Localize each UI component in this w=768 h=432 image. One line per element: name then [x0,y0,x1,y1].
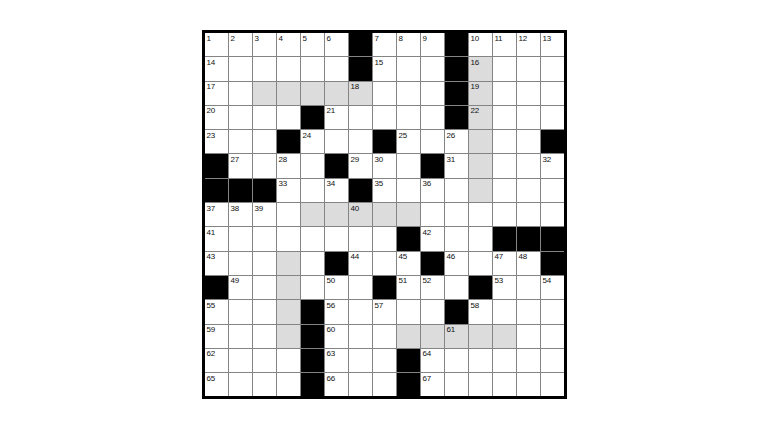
cell-r1c4[interactable]: 4 [277,33,300,56]
cell-r3c6[interactable] [325,82,348,105]
cell-r13c9[interactable] [397,325,420,348]
clue-number-4: 4 [279,34,283,43]
clue-number-15: 15 [375,58,383,67]
block-cell-r5c15 [541,130,564,153]
cell-r14c1[interactable]: 62 [205,349,228,372]
clue-number-20: 20 [207,106,215,115]
cell-r9c12[interactable] [469,227,492,250]
clue-number-11: 11 [495,34,503,43]
clue-number-3: 3 [255,34,259,43]
cell-r12c10[interactable] [421,300,444,323]
cell-r6c5[interactable] [301,154,324,177]
block-cell-r7c1 [205,179,228,202]
cell-r8c2[interactable]: 38 [229,203,252,226]
cell-r4c6[interactable]: 21 [325,106,348,129]
cell-r9c2[interactable] [229,227,252,250]
block-cell-r14c9 [397,349,420,372]
cell-r1c1[interactable]: 1 [205,33,228,56]
clue-number-32: 32 [543,155,551,164]
block-cell-r10c6 [325,252,348,275]
cell-r3c3[interactable] [253,82,276,105]
block-cell-r9c14 [517,227,540,250]
cell-r4c10[interactable] [421,106,444,129]
cell-r1c15[interactable]: 13 [541,33,564,56]
block-cell-r1c11 [445,33,468,56]
cell-r13c15[interactable] [541,325,564,348]
cell-r12c7[interactable] [349,300,372,323]
clue-number-14: 14 [207,58,215,67]
cell-r4c9[interactable] [397,106,420,129]
cell-r9c8[interactable] [373,227,396,250]
cell-r1c3[interactable]: 3 [253,33,276,56]
clue-number-33: 33 [279,179,287,188]
cell-r7c9[interactable] [397,179,420,202]
clue-number-5: 5 [303,34,307,43]
cell-r6c14[interactable] [517,154,540,177]
clue-number-66: 66 [327,374,335,383]
cell-r1c2[interactable]: 2 [229,33,252,56]
cell-r11c6[interactable]: 50 [325,276,348,299]
cell-r2c10[interactable] [421,57,444,80]
clue-number-37: 37 [207,204,215,213]
cell-r14c10[interactable]: 64 [421,349,444,372]
cell-r7c12[interactable] [469,179,492,202]
cell-r14c8[interactable] [373,349,396,372]
cell-r6c11[interactable]: 31 [445,154,468,177]
clue-number-53: 53 [495,276,503,285]
cell-r12c15[interactable] [541,300,564,323]
clue-number-29: 29 [351,155,359,164]
block-cell-r6c6 [325,154,348,177]
cell-r9c10[interactable]: 42 [421,227,444,250]
cell-r5c5[interactable]: 24 [301,130,324,153]
cell-r7c10[interactable]: 36 [421,179,444,202]
cell-r13c14[interactable] [517,325,540,348]
cell-r5c1[interactable]: 23 [205,130,228,153]
cell-r6c7[interactable]: 29 [349,154,372,177]
block-cell-r3c11 [445,82,468,105]
block-cell-r15c5 [301,373,324,396]
cell-r2c12[interactable]: 16 [469,57,492,80]
clue-number-2: 2 [231,34,235,43]
cell-r14c15[interactable] [541,349,564,372]
clue-number-6: 6 [327,34,331,43]
clue-number-65: 65 [207,374,215,383]
cell-r2c3[interactable] [253,57,276,80]
clue-number-8: 8 [399,34,403,43]
clue-number-46: 46 [447,252,455,261]
cell-r10c11[interactable]: 46 [445,252,468,275]
clue-number-40: 40 [351,204,359,213]
clue-number-49: 49 [231,276,239,285]
clue-number-47: 47 [495,252,503,261]
cell-r8c4[interactable] [277,203,300,226]
cell-r3c4[interactable] [277,82,300,105]
clue-number-41: 41 [207,228,215,237]
cell-r3c12[interactable]: 19 [469,82,492,105]
cell-r12c1[interactable]: 55 [205,300,228,323]
cell-r4c7[interactable] [349,106,372,129]
cell-r4c12[interactable]: 22 [469,106,492,129]
cell-r1c12[interactable]: 10 [469,33,492,56]
cell-r14c14[interactable] [517,349,540,372]
block-cell-r2c7 [349,57,372,80]
block-cell-r11c8 [373,276,396,299]
cell-r1c9[interactable]: 8 [397,33,420,56]
cell-r10c8[interactable] [373,252,396,275]
block-cell-r13c5 [301,325,324,348]
cell-r2c2[interactable] [229,57,252,80]
block-cell-r4c11 [445,106,468,129]
cell-r12c9[interactable] [397,300,420,323]
clue-number-9: 9 [423,34,427,43]
clue-number-24: 24 [303,131,311,140]
cell-r2c1[interactable]: 14 [205,57,228,80]
clue-number-17: 17 [207,82,215,91]
cell-r5c11[interactable]: 26 [445,130,468,153]
cell-r11c4[interactable] [277,276,300,299]
cell-r7c14[interactable] [517,179,540,202]
block-cell-r7c2 [229,179,252,202]
clue-number-13: 13 [543,34,551,43]
clue-number-52: 52 [423,276,431,285]
cell-r3c14[interactable] [517,82,540,105]
clue-number-28: 28 [279,155,287,164]
cell-r15c15[interactable] [541,373,564,396]
clue-number-31: 31 [447,155,455,164]
cell-r3c5[interactable] [301,82,324,105]
cell-r4c4[interactable] [277,106,300,129]
cell-r15c14[interactable] [517,373,540,396]
cell-r13c8[interactable] [373,325,396,348]
block-cell-r12c11 [445,300,468,323]
clue-number-39: 39 [255,204,263,213]
block-cell-r14c5 [301,349,324,372]
cell-r12c4[interactable] [277,300,300,323]
cell-r14c2[interactable] [229,349,252,372]
cell-r11c5[interactable] [301,276,324,299]
cell-r14c12[interactable] [469,349,492,372]
cell-r14c4[interactable] [277,349,300,372]
cell-r15c10[interactable]: 67 [421,373,444,396]
cell-r14c7[interactable] [349,349,372,372]
cell-r1c13[interactable]: 11 [493,33,516,56]
cell-r5c12[interactable] [469,130,492,153]
cell-r11c10[interactable]: 52 [421,276,444,299]
block-cell-r10c10 [421,252,444,275]
clue-number-27: 27 [231,155,239,164]
cell-r7c6[interactable]: 34 [325,179,348,202]
cell-r8c13[interactable] [493,203,516,226]
cell-r4c3[interactable] [253,106,276,129]
block-cell-r9c13 [493,227,516,250]
block-cell-r11c12 [469,276,492,299]
cell-r15c13[interactable] [493,373,516,396]
clue-number-63: 63 [327,349,335,358]
clue-number-48: 48 [519,252,527,261]
clue-number-56: 56 [327,301,335,310]
block-cell-r5c4 [277,130,300,153]
cell-r14c6[interactable]: 63 [325,349,348,372]
clue-number-21: 21 [327,106,335,115]
clue-number-62: 62 [207,349,215,358]
cell-r8c11[interactable] [445,203,468,226]
clue-number-61: 61 [447,325,455,334]
clue-number-23: 23 [207,131,215,140]
clue-number-42: 42 [423,228,431,237]
clue-number-45: 45 [399,252,407,261]
clue-number-57: 57 [375,301,383,310]
clue-number-55: 55 [207,301,215,310]
cell-r11c3[interactable] [253,276,276,299]
cell-r13c4[interactable] [277,325,300,348]
cell-r12c12[interactable]: 58 [469,300,492,323]
block-cell-r6c1 [205,154,228,177]
cell-r12c6[interactable]: 56 [325,300,348,323]
cell-r4c8[interactable] [373,106,396,129]
cell-r10c5[interactable] [301,252,324,275]
cell-r11c14[interactable] [517,276,540,299]
clue-number-18: 18 [351,82,359,91]
block-cell-r9c15 [541,227,564,250]
cell-r1c8[interactable]: 7 [373,33,396,56]
block-cell-r9c9 [397,227,420,250]
block-cell-r12c5 [301,300,324,323]
cell-r11c9[interactable]: 51 [397,276,420,299]
clue-number-43: 43 [207,252,215,261]
cell-r11c11[interactable] [445,276,468,299]
cell-r8c1[interactable]: 37 [205,203,228,226]
clue-number-51: 51 [399,276,407,285]
block-cell-r5c8 [373,130,396,153]
clue-number-10: 10 [471,34,479,43]
cell-r7c13[interactable] [493,179,516,202]
clue-number-30: 30 [375,155,383,164]
cell-r8c5[interactable] [301,203,324,226]
cell-r7c5[interactable] [301,179,324,202]
cell-r6c9[interactable] [397,154,420,177]
cell-r13c2[interactable] [229,325,252,348]
cell-r11c15[interactable]: 54 [541,276,564,299]
block-cell-r1c7 [349,33,372,56]
clue-number-67: 67 [423,374,431,383]
cell-r3c8[interactable] [373,82,396,105]
cell-r13c12[interactable] [469,325,492,348]
cell-r4c14[interactable] [517,106,540,129]
cell-r15c2[interactable] [229,373,252,396]
cell-r8c3[interactable]: 39 [253,203,276,226]
cell-r14c11[interactable] [445,349,468,372]
cell-r6c13[interactable] [493,154,516,177]
clue-number-19: 19 [471,82,479,91]
block-cell-r10c15 [541,252,564,275]
clue-number-50: 50 [327,276,335,285]
cell-r3c1[interactable]: 17 [205,82,228,105]
cell-r5c14[interactable] [517,130,540,153]
cell-r7c8[interactable]: 35 [373,179,396,202]
cell-r15c7[interactable] [349,373,372,396]
cell-r6c12[interactable] [469,154,492,177]
cell-r10c3[interactable] [253,252,276,275]
cell-r12c2[interactable] [229,300,252,323]
cell-r5c7[interactable] [349,130,372,153]
cell-r3c13[interactable] [493,82,516,105]
cell-r10c9[interactable]: 45 [397,252,420,275]
clue-number-12: 12 [519,34,527,43]
cell-r2c13[interactable] [493,57,516,80]
clue-number-44: 44 [351,252,359,261]
cell-r12c8[interactable]: 57 [373,300,396,323]
cell-r2c14[interactable] [517,57,540,80]
cell-r13c7[interactable] [349,325,372,348]
clue-number-36: 36 [423,179,431,188]
cell-r10c2[interactable] [229,252,252,275]
cell-r10c4[interactable] [277,252,300,275]
cell-r10c12[interactable] [469,252,492,275]
block-cell-r7c3 [253,179,276,202]
cell-r9c4[interactable] [277,227,300,250]
clue-number-64: 64 [423,349,431,358]
cell-r7c11[interactable] [445,179,468,202]
cell-r2c15[interactable] [541,57,564,80]
crossword-grid: 1234567891011121314151617181920212223242… [202,30,567,399]
page-background: 1234567891011121314151617181920212223242… [0,0,768,432]
cell-r6c8[interactable]: 30 [373,154,396,177]
cell-r13c1[interactable]: 59 [205,325,228,348]
cell-r8c9[interactable] [397,203,420,226]
cell-r9c1[interactable]: 41 [205,227,228,250]
cell-r6c3[interactable] [253,154,276,177]
block-cell-r6c10 [421,154,444,177]
cell-r1c14[interactable]: 12 [517,33,540,56]
cell-r13c10[interactable] [421,325,444,348]
cell-r14c13[interactable] [493,349,516,372]
cell-r13c3[interactable] [253,325,276,348]
cell-r2c4[interactable] [277,57,300,80]
cell-r10c13[interactable]: 47 [493,252,516,275]
cell-r5c2[interactable] [229,130,252,153]
cell-r8c12[interactable] [469,203,492,226]
cell-r14c3[interactable] [253,349,276,372]
cell-r13c13[interactable] [493,325,516,348]
clue-number-59: 59 [207,325,215,334]
cell-r6c4[interactable]: 28 [277,154,300,177]
cell-r3c15[interactable] [541,82,564,105]
cell-r3c7[interactable]: 18 [349,82,372,105]
cell-r7c15[interactable] [541,179,564,202]
cell-r12c13[interactable] [493,300,516,323]
cell-r5c6[interactable] [325,130,348,153]
clue-number-58: 58 [471,301,479,310]
block-cell-r2c11 [445,57,468,80]
clue-number-54: 54 [543,276,551,285]
cell-r9c3[interactable] [253,227,276,250]
cell-r4c13[interactable] [493,106,516,129]
cell-r13c6[interactable]: 60 [325,325,348,348]
cell-r4c2[interactable] [229,106,252,129]
cell-r2c6[interactable] [325,57,348,80]
cell-r3c10[interactable] [421,82,444,105]
cell-r15c3[interactable] [253,373,276,396]
clue-number-1: 1 [207,34,211,43]
cell-r8c8[interactable] [373,203,396,226]
cell-r8c7[interactable]: 40 [349,203,372,226]
cell-r9c7[interactable] [349,227,372,250]
cell-r5c9[interactable]: 25 [397,130,420,153]
block-cell-r7c7 [349,179,372,202]
cell-r1c5[interactable]: 5 [301,33,324,56]
clue-number-35: 35 [375,179,383,188]
cell-r9c6[interactable] [325,227,348,250]
cell-r3c9[interactable] [397,82,420,105]
cell-r4c1[interactable]: 20 [205,106,228,129]
cell-r13c11[interactable]: 61 [445,325,468,348]
clue-number-34: 34 [327,179,335,188]
block-cell-r15c9 [397,373,420,396]
cell-r12c3[interactable] [253,300,276,323]
cell-r7c4[interactable]: 33 [277,179,300,202]
cell-r15c8[interactable] [373,373,396,396]
cell-r15c12[interactable] [469,373,492,396]
cell-r12c14[interactable] [517,300,540,323]
cell-r2c9[interactable] [397,57,420,80]
cell-r2c8[interactable]: 15 [373,57,396,80]
cell-r9c5[interactable] [301,227,324,250]
cell-r10c7[interactable]: 44 [349,252,372,275]
cell-r3c2[interactable] [229,82,252,105]
cell-r15c11[interactable] [445,373,468,396]
cell-r8c6[interactable] [325,203,348,226]
cell-r6c2[interactable]: 27 [229,154,252,177]
clue-number-38: 38 [231,204,239,213]
cell-r11c2[interactable]: 49 [229,276,252,299]
cell-r8c15[interactable] [541,203,564,226]
cell-r8c14[interactable] [517,203,540,226]
cell-r1c10[interactable]: 9 [421,33,444,56]
cell-r9c11[interactable] [445,227,468,250]
clue-number-16: 16 [471,58,479,67]
clue-number-22: 22 [471,106,479,115]
clue-number-25: 25 [399,131,407,140]
cell-r15c1[interactable]: 65 [205,373,228,396]
block-cell-r4c5 [301,106,324,129]
cell-r2c5[interactable] [301,57,324,80]
cell-r11c7[interactable] [349,276,372,299]
cell-r15c4[interactable] [277,373,300,396]
block-cell-r11c1 [205,276,228,299]
clue-number-26: 26 [447,131,455,140]
clue-number-60: 60 [327,325,335,334]
cell-r4c15[interactable] [541,106,564,129]
cell-r6c15[interactable]: 32 [541,154,564,177]
cell-r5c13[interactable] [493,130,516,153]
cell-r10c14[interactable]: 48 [517,252,540,275]
cell-r11c13[interactable]: 53 [493,276,516,299]
clue-number-7: 7 [375,34,379,43]
cell-r15c6[interactable]: 66 [325,373,348,396]
cell-r5c10[interactable] [421,130,444,153]
cell-r10c1[interactable]: 43 [205,252,228,275]
cell-r1c6[interactable]: 6 [325,33,348,56]
cell-r8c10[interactable] [421,203,444,226]
cell-r5c3[interactable] [253,130,276,153]
